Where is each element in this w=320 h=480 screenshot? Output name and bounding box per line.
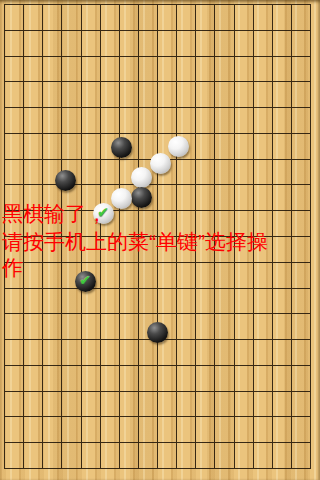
- black-stone: [55, 170, 76, 191]
- gomoku-app-screen: ✔✔ 黑棋输了， 请按手机上的菜“单键”选择操 作: [0, 0, 320, 480]
- white-stone: [131, 167, 152, 188]
- result-message-line3: 作: [2, 255, 320, 281]
- result-message-line1: 黑棋输了，: [2, 201, 320, 227]
- white-stone: [150, 153, 171, 174]
- white-stone: [168, 136, 189, 157]
- result-message-line2: 请按手机上的菜“单键”选择操: [2, 229, 320, 255]
- black-stone: [111, 137, 132, 158]
- black-stone: [147, 322, 168, 343]
